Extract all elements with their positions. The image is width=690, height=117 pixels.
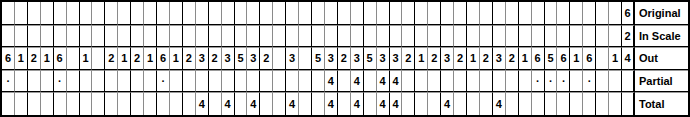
cell-total-c42 xyxy=(545,92,558,115)
cell-in-scale-c31 xyxy=(402,25,415,48)
cell-partial-c40 xyxy=(519,70,532,93)
cell-out-c14: 2 xyxy=(183,47,196,70)
cell-total-c27: 4 xyxy=(351,92,364,115)
cell-total-c5 xyxy=(67,92,80,115)
cell-partial-c11 xyxy=(144,70,157,93)
cell-out-c0: 6 xyxy=(2,47,15,70)
cell-out-c27: 3 xyxy=(351,47,364,70)
cell-partial-c32 xyxy=(415,70,428,93)
cell-in-scale-c6 xyxy=(80,25,93,48)
cell-original-c33 xyxy=(428,2,441,25)
cell-total-c24 xyxy=(312,92,325,115)
cell-original-c15 xyxy=(196,2,209,25)
cell-out-c4: 6 xyxy=(54,47,67,70)
cell-original-c5 xyxy=(67,2,80,25)
cell-total-c34: 4 xyxy=(441,92,454,115)
cell-partial-c46 xyxy=(596,70,609,93)
cell-partial-c48 xyxy=(622,70,635,93)
cell-original-c2 xyxy=(28,2,41,25)
cell-in-scale-c40 xyxy=(519,25,532,48)
cell-in-scale-c4 xyxy=(54,25,67,48)
cell-out-c11: 1 xyxy=(144,47,157,70)
cell-total-c39 xyxy=(506,92,519,115)
cell-in-scale-c21 xyxy=(273,25,286,48)
cell-out-c46 xyxy=(596,47,609,70)
cell-total-c20 xyxy=(260,92,273,115)
cell-partial-c7 xyxy=(92,70,105,93)
cell-original-c19 xyxy=(247,2,260,25)
cell-out-c15: 3 xyxy=(196,47,209,70)
cell-out-c20: 2 xyxy=(260,47,273,70)
cell-in-scale-c3 xyxy=(41,25,54,48)
cell-in-scale-c25 xyxy=(325,25,338,48)
cell-in-scale-c48: 2 xyxy=(622,25,635,48)
cell-total-c19: 4 xyxy=(247,92,260,115)
cell-original-c42 xyxy=(545,2,558,25)
cell-in-scale-c5 xyxy=(67,25,80,48)
cell-total-c40 xyxy=(519,92,532,115)
cell-original-c35 xyxy=(454,2,467,25)
cell-partial-c15 xyxy=(196,70,209,93)
cell-out-c16: 2 xyxy=(209,47,222,70)
cell-out-c35: 2 xyxy=(454,47,467,70)
cell-in-scale-c20 xyxy=(260,25,273,48)
cell-in-scale-c17 xyxy=(222,25,235,48)
cell-in-scale-c19 xyxy=(247,25,260,48)
row-label-partial: Partial xyxy=(635,70,688,93)
cell-original-c38 xyxy=(493,2,506,25)
cell-original-c22 xyxy=(286,2,299,25)
cell-out-c33: 2 xyxy=(428,47,441,70)
cell-partial-c9 xyxy=(118,70,131,93)
cell-total-c1 xyxy=(15,92,28,115)
cell-partial-c8 xyxy=(105,70,118,93)
cell-partial-c10 xyxy=(131,70,144,93)
cell-partial-c31 xyxy=(402,70,415,93)
cell-original-c46 xyxy=(596,2,609,25)
cell-in-scale-c15 xyxy=(196,25,209,48)
cell-partial-c0: . xyxy=(2,70,15,93)
cell-partial-c44 xyxy=(570,70,583,93)
cell-in-scale-c10 xyxy=(131,25,144,48)
cell-total-c3 xyxy=(41,92,54,115)
row-label-original: Original xyxy=(635,2,688,25)
cell-out-c21 xyxy=(273,47,286,70)
cell-partial-c43: . xyxy=(557,70,570,93)
cell-partial-c22 xyxy=(286,70,299,93)
cell-original-c27 xyxy=(351,2,364,25)
cell-original-c12 xyxy=(157,2,170,25)
cell-in-scale-c24 xyxy=(312,25,325,48)
cell-total-c37 xyxy=(480,92,493,115)
cell-original-c25 xyxy=(325,2,338,25)
cell-in-scale-c47 xyxy=(609,25,622,48)
cell-partial-c13 xyxy=(170,70,183,93)
cell-total-c48 xyxy=(622,92,635,115)
cell-in-scale-c9 xyxy=(118,25,131,48)
cell-original-c4 xyxy=(54,2,67,25)
cell-original-c23 xyxy=(299,2,312,25)
cell-original-c20 xyxy=(260,2,273,25)
cell-original-c30 xyxy=(390,2,403,25)
cell-total-c38: 4 xyxy=(493,92,506,115)
cell-in-scale-c22 xyxy=(286,25,299,48)
cell-original-c17 xyxy=(222,2,235,25)
cell-out-c2: 2 xyxy=(28,47,41,70)
cell-partial-c25: 4 xyxy=(325,70,338,93)
cell-partial-c18 xyxy=(235,70,248,93)
cell-total-c30: 4 xyxy=(390,92,403,115)
cell-original-c14 xyxy=(183,2,196,25)
cell-out-c8: 2 xyxy=(105,47,118,70)
cell-in-scale-c46 xyxy=(596,25,609,48)
cell-total-c13 xyxy=(170,92,183,115)
cell-original-c16 xyxy=(209,2,222,25)
cell-original-c36 xyxy=(467,2,480,25)
cell-out-c31: 2 xyxy=(402,47,415,70)
cell-partial-c27: 4 xyxy=(351,70,364,93)
cell-in-scale-c34 xyxy=(441,25,454,48)
cell-original-c45 xyxy=(583,2,596,25)
cell-original-c28 xyxy=(364,2,377,25)
cell-original-c18 xyxy=(235,2,248,25)
cell-original-c26 xyxy=(338,2,351,25)
cell-total-c47 xyxy=(609,92,622,115)
cell-out-c10: 2 xyxy=(131,47,144,70)
cell-total-c23 xyxy=(299,92,312,115)
cell-out-c3: 1 xyxy=(41,47,54,70)
cell-out-c24: 5 xyxy=(312,47,325,70)
cell-in-scale-c1 xyxy=(15,25,28,48)
cell-original-c11 xyxy=(144,2,157,25)
cell-original-c31 xyxy=(402,2,415,25)
cell-total-c2 xyxy=(28,92,41,115)
cell-original-c44 xyxy=(570,2,583,25)
cell-partial-c19 xyxy=(247,70,260,93)
cell-total-c8 xyxy=(105,92,118,115)
cell-original-c29 xyxy=(377,2,390,25)
cell-out-c13: 1 xyxy=(170,47,183,70)
cell-total-c35 xyxy=(454,92,467,115)
cell-out-c38: 3 xyxy=(493,47,506,70)
cell-out-c37: 2 xyxy=(480,47,493,70)
cell-partial-c29: 4 xyxy=(377,70,390,93)
cell-total-c11 xyxy=(144,92,157,115)
cell-total-c44 xyxy=(570,92,583,115)
cell-partial-c28 xyxy=(364,70,377,93)
cell-original-c32 xyxy=(415,2,428,25)
row-label-in-scale: In Scale xyxy=(635,25,688,48)
cell-in-scale-c43 xyxy=(557,25,570,48)
cell-total-c46 xyxy=(596,92,609,115)
cell-original-c48: 6 xyxy=(622,2,635,25)
cell-total-c28 xyxy=(364,92,377,115)
cell-in-scale-c44 xyxy=(570,25,583,48)
cell-original-c43 xyxy=(557,2,570,25)
cell-original-c1 xyxy=(15,2,28,25)
cell-in-scale-c27 xyxy=(351,25,364,48)
cell-in-scale-c33 xyxy=(428,25,441,48)
cell-original-c9 xyxy=(118,2,131,25)
cell-in-scale-c23 xyxy=(299,25,312,48)
cell-in-scale-c41 xyxy=(532,25,545,48)
row-label-out: Out xyxy=(635,47,688,70)
cell-out-c48: 4 xyxy=(622,47,635,70)
cell-partial-c12: . xyxy=(157,70,170,93)
cell-partial-c39 xyxy=(506,70,519,93)
cell-in-scale-c45 xyxy=(583,25,596,48)
cell-in-scale-c32 xyxy=(415,25,428,48)
cell-in-scale-c13 xyxy=(170,25,183,48)
cell-original-c6 xyxy=(80,2,93,25)
cell-partial-c14 xyxy=(183,70,196,93)
cell-out-c45: 6 xyxy=(583,47,596,70)
cell-total-c10 xyxy=(131,92,144,115)
cell-original-c39 xyxy=(506,2,519,25)
cell-out-c6: 1 xyxy=(80,47,93,70)
cell-out-c7 xyxy=(92,47,105,70)
cell-total-c25: 4 xyxy=(325,92,338,115)
cell-original-c41 xyxy=(532,2,545,25)
cell-out-c28: 5 xyxy=(364,47,377,70)
cell-total-c36 xyxy=(467,92,480,115)
cell-original-c21 xyxy=(273,2,286,25)
cell-original-c47 xyxy=(609,2,622,25)
cell-in-scale-c35 xyxy=(454,25,467,48)
cell-total-c33 xyxy=(428,92,441,115)
cell-total-c29: 4 xyxy=(377,92,390,115)
cell-total-c12 xyxy=(157,92,170,115)
cell-out-c17: 3 xyxy=(222,47,235,70)
cell-in-scale-c28 xyxy=(364,25,377,48)
cell-original-c37 xyxy=(480,2,493,25)
cell-out-c41: 6 xyxy=(532,47,545,70)
cell-in-scale-c38 xyxy=(493,25,506,48)
cell-out-c18: 5 xyxy=(235,47,248,70)
cell-out-c34: 3 xyxy=(441,47,454,70)
cell-partial-c21 xyxy=(273,70,286,93)
tally-table: 6Original2In Scale6121612121612323532353… xyxy=(0,0,690,117)
cell-in-scale-c12 xyxy=(157,25,170,48)
cell-original-c3 xyxy=(41,2,54,25)
cell-out-c22: 3 xyxy=(286,47,299,70)
cell-out-c12: 6 xyxy=(157,47,170,70)
cell-out-c5 xyxy=(67,47,80,70)
cell-partial-c23 xyxy=(299,70,312,93)
cell-partial-c20 xyxy=(260,70,273,93)
cell-original-c10 xyxy=(131,2,144,25)
cell-in-scale-c7 xyxy=(92,25,105,48)
cell-original-c34 xyxy=(441,2,454,25)
cell-partial-c33 xyxy=(428,70,441,93)
cell-out-c9: 1 xyxy=(118,47,131,70)
cell-partial-c16 xyxy=(209,70,222,93)
cell-total-c4 xyxy=(54,92,67,115)
cell-partial-c26 xyxy=(338,70,351,93)
cell-out-c39: 2 xyxy=(506,47,519,70)
cell-partial-c38 xyxy=(493,70,506,93)
cell-partial-c41: . xyxy=(532,70,545,93)
cell-partial-c36 xyxy=(467,70,480,93)
cell-in-scale-c2 xyxy=(28,25,41,48)
cell-total-c6 xyxy=(80,92,93,115)
cell-partial-c30: 4 xyxy=(390,70,403,93)
cell-out-c29: 3 xyxy=(377,47,390,70)
cell-in-scale-c39 xyxy=(506,25,519,48)
cell-out-c40: 1 xyxy=(519,47,532,70)
cell-original-c7 xyxy=(92,2,105,25)
cell-in-scale-c29 xyxy=(377,25,390,48)
cell-out-c1: 1 xyxy=(15,47,28,70)
cell-total-c26 xyxy=(338,92,351,115)
cell-out-c32: 1 xyxy=(415,47,428,70)
cell-out-c36: 1 xyxy=(467,47,480,70)
cell-partial-c35 xyxy=(454,70,467,93)
cell-total-c18 xyxy=(235,92,248,115)
cell-out-c47: 1 xyxy=(609,47,622,70)
cell-partial-c4: . xyxy=(54,70,67,93)
cell-total-c17: 4 xyxy=(222,92,235,115)
cell-in-scale-c42 xyxy=(545,25,558,48)
cell-out-c26: 2 xyxy=(338,47,351,70)
cell-in-scale-c36 xyxy=(467,25,480,48)
cell-partial-c34 xyxy=(441,70,454,93)
cell-original-c0 xyxy=(2,2,15,25)
cell-total-c0 xyxy=(2,92,15,115)
cell-partial-c6 xyxy=(80,70,93,93)
cell-in-scale-c0 xyxy=(2,25,15,48)
cell-partial-c3 xyxy=(41,70,54,93)
cell-original-c13 xyxy=(170,2,183,25)
cell-out-c30: 3 xyxy=(390,47,403,70)
cell-partial-c1 xyxy=(15,70,28,93)
cell-out-c42: 5 xyxy=(545,47,558,70)
cell-total-c22: 4 xyxy=(286,92,299,115)
cell-total-c14 xyxy=(183,92,196,115)
cell-out-c23 xyxy=(299,47,312,70)
cell-out-c43: 6 xyxy=(557,47,570,70)
cell-original-c8 xyxy=(105,2,118,25)
cell-in-scale-c8 xyxy=(105,25,118,48)
cell-in-scale-c16 xyxy=(209,25,222,48)
cell-total-c15: 4 xyxy=(196,92,209,115)
cell-partial-c45: . xyxy=(583,70,596,93)
cell-out-c44: 1 xyxy=(570,47,583,70)
cell-in-scale-c14 xyxy=(183,25,196,48)
cell-partial-c17 xyxy=(222,70,235,93)
cell-in-scale-c18 xyxy=(235,25,248,48)
cell-total-c41 xyxy=(532,92,545,115)
cell-partial-c42: . xyxy=(545,70,558,93)
cell-original-c40 xyxy=(519,2,532,25)
cell-total-c43 xyxy=(557,92,570,115)
cell-partial-c47 xyxy=(609,70,622,93)
cell-total-c21 xyxy=(273,92,286,115)
cell-partial-c5 xyxy=(67,70,80,93)
cell-total-c7 xyxy=(92,92,105,115)
cell-in-scale-c11 xyxy=(144,25,157,48)
cell-total-c31 xyxy=(402,92,415,115)
cell-partial-c2 xyxy=(28,70,41,93)
cell-total-c32 xyxy=(415,92,428,115)
cell-total-c9 xyxy=(118,92,131,115)
cell-out-c25: 3 xyxy=(325,47,338,70)
cell-in-scale-c37 xyxy=(480,25,493,48)
cell-in-scale-c30 xyxy=(390,25,403,48)
cell-partial-c37 xyxy=(480,70,493,93)
row-label-total: Total xyxy=(635,92,688,115)
cell-total-c45 xyxy=(583,92,596,115)
cell-partial-c24 xyxy=(312,70,325,93)
cell-total-c16 xyxy=(209,92,222,115)
cell-original-c24 xyxy=(312,2,325,25)
cell-out-c19: 3 xyxy=(247,47,260,70)
cell-in-scale-c26 xyxy=(338,25,351,48)
